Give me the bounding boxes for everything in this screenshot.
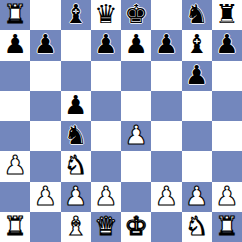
square-a1[interactable]: ♜ — [0, 212, 30, 242]
piece-black-pawn[interactable]: ♟ — [94, 31, 117, 57]
piece-white-knight[interactable]: ♞ — [64, 152, 87, 178]
square-a6[interactable] — [0, 61, 30, 91]
square-a8[interactable]: ♜ — [0, 0, 30, 30]
square-d6[interactable] — [91, 61, 121, 91]
piece-white-pawn[interactable]: ♟ — [94, 183, 117, 209]
square-c1[interactable]: ♝ — [61, 212, 91, 242]
square-g1[interactable]: ♞ — [182, 212, 212, 242]
piece-white-rook[interactable]: ♜ — [3, 213, 26, 239]
square-a2[interactable] — [0, 182, 30, 212]
square-g8[interactable]: ♞ — [182, 0, 212, 30]
square-f7[interactable]: ♟ — [151, 30, 181, 60]
square-h7[interactable]: ♟ — [212, 30, 242, 60]
square-d5[interactable] — [91, 91, 121, 121]
square-b2[interactable]: ♟ — [30, 182, 60, 212]
square-c6[interactable] — [61, 61, 91, 91]
square-h5[interactable] — [212, 91, 242, 121]
piece-white-pawn[interactable]: ♟ — [215, 183, 238, 209]
square-d7[interactable]: ♟ — [91, 30, 121, 60]
square-b4[interactable] — [30, 121, 60, 151]
square-f2[interactable]: ♟ — [151, 182, 181, 212]
piece-white-pawn[interactable]: ♟ — [3, 152, 26, 178]
square-h6[interactable] — [212, 61, 242, 91]
piece-white-pawn[interactable]: ♟ — [185, 183, 208, 209]
square-b5[interactable] — [30, 91, 60, 121]
square-h1[interactable]: ♜ — [212, 212, 242, 242]
square-a5[interactable] — [0, 91, 30, 121]
piece-white-queen[interactable]: ♛ — [94, 213, 117, 239]
piece-white-pawn[interactable]: ♟ — [124, 122, 147, 148]
square-g2[interactable]: ♟ — [182, 182, 212, 212]
square-e7[interactable]: ♟ — [121, 30, 151, 60]
square-c4[interactable]: ♞ — [61, 121, 91, 151]
piece-black-pawn[interactable]: ♟ — [155, 31, 178, 57]
square-h3[interactable] — [212, 151, 242, 181]
square-b7[interactable]: ♟ — [30, 30, 60, 60]
square-g6[interactable]: ♟ — [182, 61, 212, 91]
piece-black-pawn[interactable]: ♟ — [185, 62, 208, 88]
square-e5[interactable] — [121, 91, 151, 121]
chess-board: ♜♝♛♚♞♜♟♟♟♟♟♝♟♟♟♞♟♟♞♟♟♟♟♟♟♜♝♛♚♞♜ — [0, 0, 242, 242]
square-e8[interactable]: ♚ — [121, 0, 151, 30]
square-h4[interactable] — [212, 121, 242, 151]
square-c8[interactable]: ♝ — [61, 0, 91, 30]
square-f8[interactable] — [151, 0, 181, 30]
piece-black-knight[interactable]: ♞ — [64, 122, 87, 148]
square-e6[interactable] — [121, 61, 151, 91]
square-d4[interactable] — [91, 121, 121, 151]
square-h2[interactable]: ♟ — [212, 182, 242, 212]
piece-white-bishop[interactable]: ♝ — [64, 213, 87, 239]
piece-white-pawn[interactable]: ♟ — [64, 183, 87, 209]
piece-white-king[interactable]: ♚ — [124, 213, 147, 239]
piece-black-pawn[interactable]: ♟ — [64, 92, 87, 118]
piece-white-rook[interactable]: ♜ — [3, 1, 26, 27]
square-c7[interactable] — [61, 30, 91, 60]
square-a3[interactable]: ♟ — [0, 151, 30, 181]
piece-white-pawn[interactable]: ♟ — [34, 183, 57, 209]
piece-black-rook[interactable]: ♜ — [215, 1, 238, 27]
square-a4[interactable] — [0, 121, 30, 151]
square-e4[interactable]: ♟ — [121, 121, 151, 151]
piece-black-king[interactable]: ♚ — [124, 1, 147, 27]
square-c3[interactable]: ♞ — [61, 151, 91, 181]
square-e1[interactable]: ♚ — [121, 212, 151, 242]
square-g5[interactable] — [182, 91, 212, 121]
piece-black-knight[interactable]: ♞ — [185, 1, 208, 27]
square-b8[interactable] — [30, 0, 60, 30]
square-g7[interactable]: ♝ — [182, 30, 212, 60]
piece-black-pawn[interactable]: ♟ — [3, 31, 26, 57]
square-f5[interactable] — [151, 91, 181, 121]
piece-black-pawn[interactable]: ♟ — [124, 31, 147, 57]
square-d1[interactable]: ♛ — [91, 212, 121, 242]
square-f3[interactable] — [151, 151, 181, 181]
square-c2[interactable]: ♟ — [61, 182, 91, 212]
square-a7[interactable]: ♟ — [0, 30, 30, 60]
piece-black-queen[interactable]: ♛ — [94, 1, 117, 27]
piece-white-rook[interactable]: ♜ — [215, 213, 238, 239]
square-c5[interactable]: ♟ — [61, 91, 91, 121]
square-g4[interactable] — [182, 121, 212, 151]
piece-white-pawn[interactable]: ♟ — [155, 183, 178, 209]
piece-black-pawn[interactable]: ♟ — [34, 31, 57, 57]
square-g3[interactable] — [182, 151, 212, 181]
square-e3[interactable] — [121, 151, 151, 181]
square-f1[interactable] — [151, 212, 181, 242]
piece-white-knight[interactable]: ♞ — [185, 213, 208, 239]
piece-black-bishop[interactable]: ♝ — [185, 31, 208, 57]
square-b1[interactable] — [30, 212, 60, 242]
square-f4[interactable] — [151, 121, 181, 151]
square-d2[interactable]: ♟ — [91, 182, 121, 212]
square-b6[interactable] — [30, 61, 60, 91]
square-d3[interactable] — [91, 151, 121, 181]
piece-black-bishop[interactable]: ♝ — [64, 1, 87, 27]
square-h8[interactable]: ♜ — [212, 0, 242, 30]
square-b3[interactable] — [30, 151, 60, 181]
piece-black-pawn[interactable]: ♟ — [215, 31, 238, 57]
square-f6[interactable] — [151, 61, 181, 91]
square-d8[interactable]: ♛ — [91, 0, 121, 30]
square-e2[interactable] — [121, 182, 151, 212]
